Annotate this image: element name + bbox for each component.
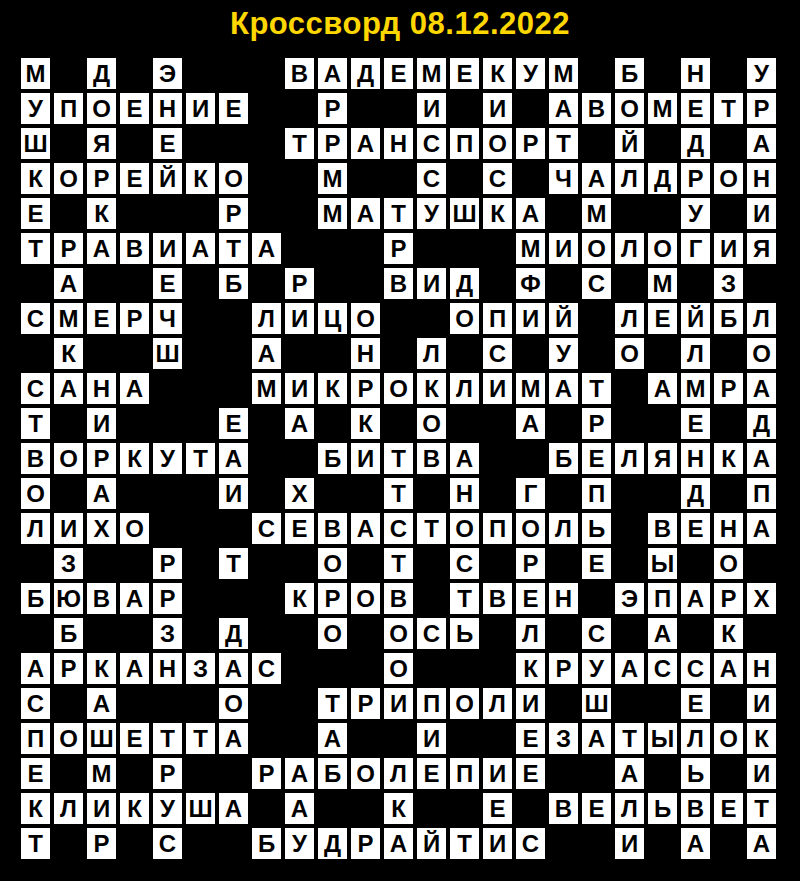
crossword-letter-cell: Т (746, 792, 777, 825)
crossword-letter-cell: М (416, 57, 447, 90)
crossword-letter-cell: Е (680, 687, 711, 720)
crossword-letter-cell: А (317, 722, 348, 755)
crossword-letter-cell: Ш (449, 197, 480, 230)
crossword-block-cell (449, 92, 480, 125)
crossword-letter-cell: Е (218, 92, 249, 125)
crossword-letter-cell: Л (614, 162, 645, 195)
crossword-letter-cell: И (86, 407, 117, 440)
crossword-letter-cell: Э (152, 57, 183, 90)
crossword-letter-cell: Н (746, 162, 777, 195)
crossword-letter-cell: А (515, 407, 546, 440)
crossword-letter-cell: Ы (647, 722, 678, 755)
crossword-letter-cell: К (119, 792, 150, 825)
crossword-letter-cell: Ь (680, 757, 711, 790)
crossword-letter-cell: А (86, 687, 117, 720)
crossword-letter-cell: Д (680, 477, 711, 510)
crossword-letter-cell: Т (416, 512, 447, 545)
crossword-block-cell (515, 337, 546, 370)
crossword-block-cell (449, 792, 480, 825)
crossword-letter-cell: В (284, 57, 315, 90)
crossword-letter-cell: С (20, 687, 51, 720)
crossword-block-cell (284, 442, 315, 475)
crossword-letter-cell: З (152, 617, 183, 650)
crossword-letter-cell: У (416, 197, 447, 230)
crossword-letter-cell: П (416, 687, 447, 720)
crossword-letter-cell: Ы (647, 547, 678, 580)
crossword-letter-cell: Н (350, 337, 381, 370)
crossword-letter-cell: А (746, 442, 777, 475)
crossword-letter-cell: Е (482, 792, 513, 825)
crossword-letter-cell: Б (20, 582, 51, 615)
crossword-letter-cell: М (317, 162, 348, 195)
crossword-block-cell (20, 547, 51, 580)
crossword-block-cell (119, 687, 150, 720)
crossword-block-cell (350, 652, 381, 685)
crossword-letter-cell: К (119, 442, 150, 475)
crossword-block-cell (581, 302, 612, 335)
crossword-block-cell (317, 267, 348, 300)
crossword-letter-cell: П (449, 757, 480, 790)
crossword-block-cell (647, 127, 678, 160)
crossword-letter-cell: О (20, 477, 51, 510)
crossword-letter-cell: Р (53, 652, 84, 685)
crossword-block-cell (548, 407, 579, 440)
crossword-letter-cell: Л (449, 372, 480, 405)
crossword-letter-cell: Ф (515, 267, 546, 300)
crossword-letter-cell: С (449, 547, 480, 580)
crossword-letter-cell: О (350, 757, 381, 790)
crossword-block-cell (119, 547, 150, 580)
crossword-letter-cell: В (680, 792, 711, 825)
crossword-letter-cell: О (383, 652, 414, 685)
crossword-block-cell (185, 687, 216, 720)
crossword-block-cell (251, 162, 282, 195)
crossword-letter-cell: Р (317, 582, 348, 615)
crossword-letter-cell: А (647, 617, 678, 650)
crossword-letter-cell: И (86, 792, 117, 825)
crossword-letter-cell: А (119, 582, 150, 615)
crossword-letter-cell: Л (548, 512, 579, 545)
crossword-block-cell (449, 337, 480, 370)
crossword-letter-cell: Л (614, 442, 645, 475)
crossword-letter-cell: Е (581, 792, 612, 825)
crossword-letter-cell: Б (251, 827, 282, 860)
crossword-letter-cell: А (680, 582, 711, 615)
crossword-block-cell (746, 617, 777, 650)
crossword-letter-cell: П (449, 127, 480, 160)
crossword-block-cell (515, 162, 546, 195)
crossword-block-cell (449, 722, 480, 755)
crossword-block-cell (548, 547, 579, 580)
crossword-letter-cell: Д (350, 57, 381, 90)
crossword-letter-cell: Р (515, 547, 546, 580)
crossword-letter-cell: Й (548, 302, 579, 335)
crossword-letter-cell: И (515, 302, 546, 335)
crossword-block-cell (581, 827, 612, 860)
crossword-block-cell (317, 337, 348, 370)
crossword-letter-cell: С (482, 162, 513, 195)
crossword-block-cell (152, 512, 183, 545)
crossword-letter-cell: Е (515, 757, 546, 790)
crossword-letter-cell: Н (680, 442, 711, 475)
crossword-block-cell (119, 197, 150, 230)
crossword-letter-cell: Е (647, 302, 678, 335)
crossword-letter-cell: А (218, 652, 249, 685)
crossword-letter-cell: З (548, 722, 579, 755)
crossword-letter-cell: И (416, 92, 447, 125)
crossword-block-cell (482, 722, 513, 755)
crossword-letter-cell: Р (119, 302, 150, 335)
crossword-block-cell (119, 827, 150, 860)
crossword-letter-cell: Д (680, 127, 711, 160)
crossword-letter-cell: Л (614, 792, 645, 825)
crossword-letter-cell: Х (284, 477, 315, 510)
crossword-block-cell (713, 197, 744, 230)
crossword-block-cell (416, 477, 447, 510)
crossword-letter-cell: Б (53, 617, 84, 650)
crossword-letter-cell: Ш (20, 127, 51, 160)
crossword-letter-cell: А (614, 757, 645, 790)
crossword-letter-cell: Ч (548, 162, 579, 195)
crossword-letter-cell: К (482, 57, 513, 90)
crossword-letter-cell: Б (548, 442, 579, 475)
crossword-letter-cell: М (548, 57, 579, 90)
crossword-letter-cell: А (119, 372, 150, 405)
crossword-letter-cell: Т (317, 687, 348, 720)
crossword-block-cell (416, 547, 447, 580)
crossword-letter-cell: Б (317, 757, 348, 790)
crossword-letter-cell: О (119, 512, 150, 545)
crossword-letter-cell: Ь (449, 617, 480, 650)
crossword-block-cell (86, 547, 117, 580)
crossword-letter-cell: Е (152, 127, 183, 160)
crossword-letter-cell: Л (614, 302, 645, 335)
crossword-letter-cell: Л (53, 792, 84, 825)
crossword-block-cell (53, 757, 84, 790)
crossword-block-cell (416, 792, 447, 825)
crossword-block-cell (548, 617, 579, 650)
crossword-letter-cell: У (284, 827, 315, 860)
crossword-block-cell (20, 337, 51, 370)
crossword-letter-cell: Т (383, 442, 414, 475)
crossword-block-cell (218, 757, 249, 790)
crossword-block-cell (713, 687, 744, 720)
crossword-letter-cell: М (251, 372, 282, 405)
crossword-letter-cell: Б (317, 442, 348, 475)
crossword-letter-cell: С (680, 652, 711, 685)
crossword-block-cell (548, 687, 579, 720)
crossword-letter-cell: Р (713, 372, 744, 405)
crossword-letter-cell: Р (53, 232, 84, 265)
crossword-letter-cell: Е (581, 547, 612, 580)
crossword-block-cell (482, 407, 513, 440)
crossword-block-cell (614, 477, 645, 510)
crossword-letter-cell: Ю (53, 582, 84, 615)
crossword-block-cell (185, 57, 216, 90)
crossword-letter-cell: И (53, 512, 84, 545)
crossword-letter-cell: А (251, 232, 282, 265)
crossword-block-cell (647, 57, 678, 90)
crossword-block-cell (86, 337, 117, 370)
crossword-block-cell (53, 127, 84, 160)
crossword-letter-cell: Ш (152, 337, 183, 370)
crossword-block-cell (185, 127, 216, 160)
crossword-block-cell (581, 57, 612, 90)
crossword-block-cell (251, 792, 282, 825)
crossword-letter-cell: О (482, 127, 513, 160)
crossword-letter-cell: О (449, 302, 480, 335)
crossword-letter-cell: А (53, 372, 84, 405)
page-title: Кроссворд 08.12.2022 (0, 6, 800, 42)
crossword-block-cell (713, 127, 744, 160)
crossword-letter-cell: Р (218, 197, 249, 230)
crossword-block-cell (185, 617, 216, 650)
crossword-letter-cell: Р (317, 127, 348, 160)
crossword-block-cell (350, 162, 381, 195)
crossword-block-cell (317, 232, 348, 265)
crossword-block-cell (416, 582, 447, 615)
crossword-letter-cell: С (581, 617, 612, 650)
crossword-letter-cell: З (713, 267, 744, 300)
crossword-letter-cell: С (416, 162, 447, 195)
crossword-block-cell (119, 757, 150, 790)
crossword-block-cell (218, 582, 249, 615)
crossword-block-cell (548, 477, 579, 510)
crossword-letter-cell: У (152, 792, 183, 825)
crossword-letter-cell: В (20, 442, 51, 475)
crossword-letter-cell: В (548, 792, 579, 825)
crossword-block-cell (185, 582, 216, 615)
crossword-letter-cell: С (581, 267, 612, 300)
crossword-block-cell (119, 477, 150, 510)
crossword-block-cell (251, 687, 282, 720)
crossword-block-cell (185, 197, 216, 230)
crossword-letter-cell: О (449, 512, 480, 545)
crossword-block-cell (251, 477, 282, 510)
crossword-letter-cell: И (152, 232, 183, 265)
crossword-letter-cell: Д (86, 57, 117, 90)
crossword-letter-cell: Н (449, 477, 480, 510)
crossword-block-cell (482, 652, 513, 685)
crossword-letter-cell: В (482, 582, 513, 615)
crossword-letter-cell: К (482, 197, 513, 230)
crossword-letter-cell: Г (680, 232, 711, 265)
crossword-block-cell (185, 302, 216, 335)
crossword-letter-cell: У (548, 337, 579, 370)
crossword-letter-cell: А (218, 442, 249, 475)
crossword-block-cell (185, 512, 216, 545)
crossword-letter-cell: А (581, 162, 612, 195)
crossword-block-cell (581, 582, 612, 615)
crossword-letter-cell: Е (284, 512, 315, 545)
crossword-block-cell (383, 92, 414, 125)
crossword-letter-cell: Д (449, 267, 480, 300)
crossword-block-cell (251, 722, 282, 755)
crossword-letter-cell: Р (680, 162, 711, 195)
crossword-letter-cell: И (482, 372, 513, 405)
crossword-block-cell (185, 757, 216, 790)
crossword-block-cell (416, 232, 447, 265)
crossword-letter-cell: Т (713, 92, 744, 125)
crossword-letter-cell: А (713, 652, 744, 685)
crossword-letter-cell: К (86, 652, 117, 685)
crossword-block-cell (713, 477, 744, 510)
crossword-letter-cell: В (416, 442, 447, 475)
crossword-letter-cell: В (86, 582, 117, 615)
crossword-letter-cell: А (647, 372, 678, 405)
crossword-letter-cell: М (20, 57, 51, 90)
crossword-letter-cell: С (515, 827, 546, 860)
crossword-block-cell (152, 477, 183, 510)
crossword-letter-cell: А (20, 652, 51, 685)
crossword-block-cell (251, 442, 282, 475)
crossword-letter-cell: Т (185, 442, 216, 475)
crossword-block-cell (350, 792, 381, 825)
crossword-block-cell (581, 127, 612, 160)
crossword-letter-cell: Т (20, 827, 51, 860)
crossword-letter-cell: К (416, 372, 447, 405)
crossword-letter-cell: А (251, 337, 282, 370)
crossword-letter-cell: И (713, 232, 744, 265)
crossword-block-cell (284, 162, 315, 195)
crossword-letter-cell: Н (152, 652, 183, 685)
crossword-letter-cell: О (614, 337, 645, 370)
crossword-letter-cell: Л (680, 722, 711, 755)
crossword-block-cell (251, 127, 282, 160)
crossword-letter-cell: А (746, 127, 777, 160)
crossword-letter-cell: Н (383, 127, 414, 160)
crossword-letter-cell: Л (515, 617, 546, 650)
crossword-letter-cell: Т (614, 722, 645, 755)
crossword-letter-cell: М (647, 267, 678, 300)
crossword-letter-cell: Т (20, 232, 51, 265)
crossword-letter-cell: Р (515, 127, 546, 160)
crossword-block-cell (317, 477, 348, 510)
crossword-letter-cell: Л (251, 302, 282, 335)
crossword-letter-cell: С (251, 652, 282, 685)
crossword-block-cell (350, 92, 381, 125)
crossword-letter-cell: Д (218, 617, 249, 650)
crossword-letter-cell: О (383, 617, 414, 650)
crossword-block-cell (548, 197, 579, 230)
crossword-block-cell (53, 407, 84, 440)
crossword-letter-cell: Й (416, 827, 447, 860)
crossword-letter-cell: П (746, 477, 777, 510)
crossword-block-cell (647, 827, 678, 860)
crossword-block-cell (713, 337, 744, 370)
crossword-grid: МДЭВАДЕМЕКУМБНУУПОЕНИЕРИИАВОМЕТРШЯЕТРАНС… (20, 57, 777, 860)
crossword-letter-cell: К (20, 792, 51, 825)
crossword-letter-cell: Л (614, 232, 645, 265)
crossword-block-cell (53, 687, 84, 720)
crossword-letter-cell: У (680, 197, 711, 230)
crossword-block-cell (482, 442, 513, 475)
crossword-letter-cell: У (581, 652, 612, 685)
crossword-block-cell (713, 407, 744, 440)
crossword-letter-cell: О (713, 547, 744, 580)
crossword-letter-cell: Л (416, 337, 447, 370)
crossword-block-cell (383, 302, 414, 335)
crossword-block-cell (515, 792, 546, 825)
crossword-letter-cell: О (53, 162, 84, 195)
crossword-letter-cell: Е (581, 442, 612, 475)
crossword-block-cell (482, 232, 513, 265)
crossword-letter-cell: А (218, 722, 249, 755)
crossword-letter-cell: Т (581, 372, 612, 405)
crossword-block-cell (20, 617, 51, 650)
crossword-letter-cell: З (185, 652, 216, 685)
crossword-letter-cell: С (20, 302, 51, 335)
crossword-block-cell (152, 407, 183, 440)
crossword-letter-cell: К (515, 652, 546, 685)
crossword-block-cell (548, 827, 579, 860)
crossword-letter-cell: Х (86, 512, 117, 545)
crossword-block-cell (218, 57, 249, 90)
crossword-block-cell (482, 617, 513, 650)
crossword-letter-cell: О (647, 232, 678, 265)
crossword-letter-cell: С (647, 652, 678, 685)
crossword-letter-cell: Н (548, 582, 579, 615)
crossword-letter-cell: Д (647, 162, 678, 195)
crossword-block-cell (119, 407, 150, 440)
crossword-letter-cell: П (647, 582, 678, 615)
crossword-letter-cell: У (515, 57, 546, 90)
crossword-block-cell (251, 92, 282, 125)
crossword-letter-cell: К (713, 442, 744, 475)
crossword-letter-cell: Р (350, 827, 381, 860)
crossword-block-cell (185, 477, 216, 510)
crossword-block-cell (350, 477, 381, 510)
crossword-letter-cell: А (317, 57, 348, 90)
crossword-block-cell (383, 722, 414, 755)
crossword-letter-cell: Б (218, 267, 249, 300)
crossword-letter-cell: П (482, 302, 513, 335)
crossword-block-cell (746, 267, 777, 300)
crossword-letter-cell: Т (185, 722, 216, 755)
crossword-block-cell (482, 477, 513, 510)
crossword-block-cell (746, 547, 777, 580)
crossword-letter-cell: А (86, 477, 117, 510)
crossword-letter-cell: М (515, 372, 546, 405)
crossword-letter-cell: Я (86, 127, 117, 160)
crossword-letter-cell: К (746, 722, 777, 755)
crossword-letter-cell: А (53, 267, 84, 300)
crossword-letter-cell: О (350, 582, 381, 615)
crossword-letter-cell: И (614, 827, 645, 860)
crossword-block-cell (614, 617, 645, 650)
crossword-letter-cell: Ш (185, 792, 216, 825)
crossword-block-cell (86, 617, 117, 650)
crossword-letter-cell: К (317, 372, 348, 405)
crossword-letter-cell: М (647, 92, 678, 125)
crossword-letter-cell: Р (548, 652, 579, 685)
crossword-letter-cell: Р (713, 582, 744, 615)
crossword-letter-cell: Ь (647, 792, 678, 825)
crossword-letter-cell: И (515, 687, 546, 720)
crossword-letter-cell: И (482, 827, 513, 860)
crossword-letter-cell: А (284, 407, 315, 440)
crossword-letter-cell: В (119, 232, 150, 265)
crossword-letter-cell: Е (680, 512, 711, 545)
crossword-block-cell (86, 267, 117, 300)
crossword-letter-cell: Т (383, 477, 414, 510)
crossword-letter-cell: А (746, 827, 777, 860)
crossword-block-cell (284, 652, 315, 685)
crossword-letter-cell: Ш (86, 722, 117, 755)
crossword-block-cell (383, 337, 414, 370)
crossword-letter-cell: Е (515, 722, 546, 755)
crossword-letter-cell: Е (449, 57, 480, 90)
